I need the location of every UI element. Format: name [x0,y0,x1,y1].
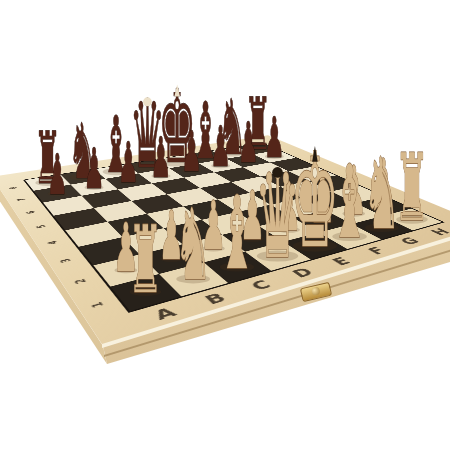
file-label-b: B [200,290,230,308]
rank-label-8: 8 [7,186,19,190]
rank-label-2: 2 [72,277,89,284]
chess-set-photo: 12345678ABCDEFGH ♜♞♝♛♚♝♞♜♟♟♟♟♟♟♟♟♟♟♟♟♟♟♟… [0,0,450,450]
rank-label-4: 4 [45,240,60,246]
king-finial-spike [174,84,180,96]
rank-label-1: 1 [88,300,107,309]
chess-board-grid [23,143,445,313]
file-label-g: G [395,235,424,247]
file-label-e: E [327,255,355,268]
rank-label-3: 3 [57,257,73,263]
rank-label-6: 6 [24,210,38,215]
queen-finial-ball [143,97,152,106]
clasp-knob [311,286,321,296]
rank-label-5: 5 [34,224,49,229]
file-label-h: H [426,226,450,237]
rank-label-7: 7 [15,197,28,201]
file-label-a: A [150,304,181,323]
file-label-c: C [246,277,275,293]
file-label-f: F [363,245,391,257]
file-label-d: D [287,265,318,280]
